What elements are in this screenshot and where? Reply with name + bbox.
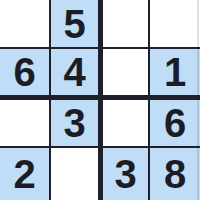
sudoku-cell-r4c2[interactable]: [51, 148, 98, 200]
sudoku-cell-r2c3[interactable]: [103, 49, 148, 95]
sudoku-cell-r3c4[interactable]: 6: [150, 100, 200, 146]
cell-digit: 4: [63, 52, 85, 92]
cell-digit: 3: [63, 103, 85, 143]
sudoku-cell-r3c2[interactable]: 3: [51, 100, 98, 146]
cell-digit: 1: [164, 52, 186, 92]
cell-digit: 8: [164, 154, 186, 194]
sudoku-board: 564136238: [0, 0, 200, 200]
sudoku-cell-r1c2[interactable]: 5: [51, 0, 98, 47]
sudoku-cell-r2c4[interactable]: 1: [150, 49, 200, 95]
sudoku-cell-r4c4[interactable]: 8: [150, 148, 200, 200]
sudoku-cell-r2c2[interactable]: 4: [51, 49, 98, 95]
cell-digit: 5: [63, 4, 85, 44]
sudoku-cell-r3c3[interactable]: [103, 100, 148, 146]
sudoku-cell-r4c1[interactable]: 2: [0, 148, 49, 200]
sudoku-cell-r1c3[interactable]: [103, 0, 148, 47]
cell-digit: 6: [164, 103, 186, 143]
sudoku-cell-r3c1[interactable]: [0, 100, 49, 146]
cell-digit: 6: [13, 52, 35, 92]
cell-digit: 3: [114, 154, 136, 194]
cell-digit: 2: [13, 154, 35, 194]
sudoku-cell-r1c4[interactable]: [150, 0, 200, 47]
sudoku-cell-r1c1[interactable]: [0, 0, 49, 47]
sudoku-cell-r4c3[interactable]: 3: [103, 148, 148, 200]
sudoku-cell-r2c1[interactable]: 6: [0, 49, 49, 95]
